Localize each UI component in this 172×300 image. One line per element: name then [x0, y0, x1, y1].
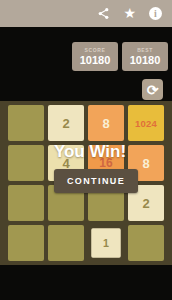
best-value: 10180: [130, 54, 161, 66]
best-score-box: BEST 10180: [122, 42, 168, 71]
continue-button[interactable]: CONTINUE: [54, 169, 138, 193]
share-icon[interactable]: [97, 7, 110, 20]
score-panel: SCORE 10180 BEST 10180: [72, 42, 168, 71]
restart-button[interactable]: ⟳: [142, 79, 163, 100]
star-icon[interactable]: ★: [123, 7, 136, 20]
best-label: BEST: [137, 47, 153, 53]
top-bar: ★ i: [0, 0, 172, 27]
restart-icon: ⟳: [147, 83, 159, 97]
win-overlay: You Win! CONTINUE: [0, 101, 172, 265]
score-box: SCORE 10180: [72, 42, 118, 71]
win-title: You Win!: [54, 142, 126, 162]
info-icon[interactable]: i: [149, 7, 162, 20]
app-screen: ★ i SCORE 10180 BEST 10180 ⟳ 28102441682…: [0, 0, 172, 300]
score-label: SCORE: [85, 47, 106, 53]
score-value: 10180: [80, 54, 111, 66]
